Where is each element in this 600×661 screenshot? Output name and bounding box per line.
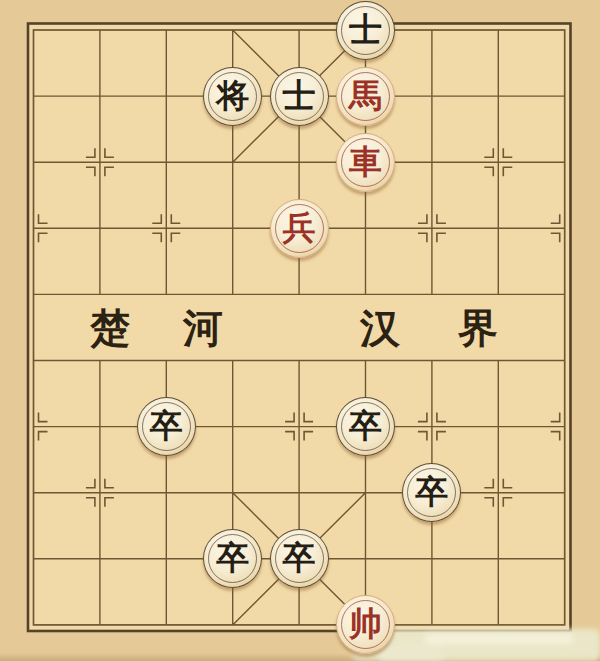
piece-character: 帅 — [349, 608, 382, 641]
piece-character: 卒 — [216, 542, 249, 575]
piece-black-soldier[interactable]: 卒 — [270, 529, 329, 588]
piece-red-horse[interactable]: 馬 — [336, 67, 395, 126]
piece-character: 兵 — [283, 212, 316, 245]
piece-character: 卒 — [283, 542, 316, 575]
piece-black-soldier[interactable]: 卒 — [137, 397, 196, 456]
piece-black-advisor[interactable]: 士 — [336, 1, 395, 60]
piece-black-general[interactable]: 将 — [203, 67, 262, 126]
piece-black-soldier[interactable]: 卒 — [402, 463, 461, 522]
piece-character: 士 — [349, 14, 382, 47]
piece-character: 士 — [283, 80, 316, 113]
xiangqi-screenshot: 楚 河 汉 界 士将士馬車兵卒卒卒卒卒帅 — [0, 0, 600, 661]
piece-character: 卒 — [415, 476, 448, 509]
piece-character: 将 — [216, 80, 249, 113]
piece-black-soldier[interactable]: 卒 — [336, 397, 395, 456]
piece-character: 馬 — [349, 80, 382, 113]
piece-character: 卒 — [150, 410, 183, 443]
piece-red-general[interactable]: 帅 — [336, 595, 395, 654]
piece-character: 車 — [349, 146, 382, 179]
piece-red-soldier[interactable]: 兵 — [270, 199, 329, 258]
piece-black-advisor[interactable]: 士 — [270, 67, 329, 126]
piece-character: 卒 — [349, 410, 382, 443]
piece-grid: 士将士馬車兵卒卒卒卒卒帅 — [0, 0, 598, 658]
piece-red-chariot[interactable]: 車 — [336, 133, 395, 192]
piece-black-soldier[interactable]: 卒 — [203, 529, 262, 588]
